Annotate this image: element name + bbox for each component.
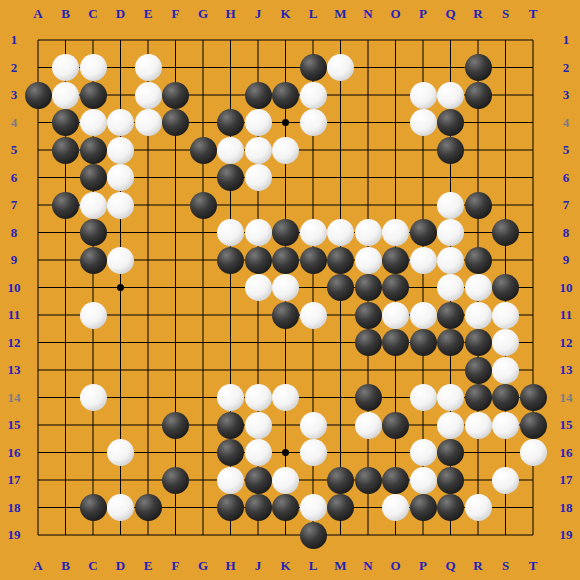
white-stone-D5[interactable] xyxy=(107,137,134,164)
intersection-L5[interactable] xyxy=(299,136,327,164)
white-stone-K17[interactable] xyxy=(272,467,299,494)
intersection-R14[interactable] xyxy=(464,384,492,412)
intersection-E15[interactable] xyxy=(134,411,162,439)
intersection-J5[interactable] xyxy=(244,136,272,164)
white-stone-R15[interactable] xyxy=(465,412,492,439)
intersection-J18[interactable] xyxy=(244,494,272,522)
intersection-T17[interactable] xyxy=(519,466,547,494)
intersection-G3[interactable] xyxy=(189,81,217,109)
white-stone-L15[interactable] xyxy=(300,412,327,439)
intersection-H7[interactable] xyxy=(217,191,245,219)
intersection-R6[interactable] xyxy=(464,164,492,192)
intersection-G7[interactable] xyxy=(189,191,217,219)
intersection-R12[interactable] xyxy=(464,329,492,357)
intersection-O9[interactable] xyxy=(382,246,410,274)
intersection-K17[interactable] xyxy=(272,466,300,494)
intersection-Q12[interactable] xyxy=(437,329,465,357)
white-stone-Q15[interactable] xyxy=(437,412,464,439)
black-stone-N10[interactable] xyxy=(355,274,382,301)
intersection-A15[interactable] xyxy=(24,411,52,439)
white-stone-J4[interactable] xyxy=(245,109,272,136)
white-stone-P17[interactable] xyxy=(410,467,437,494)
intersection-B6[interactable] xyxy=(52,164,80,192)
intersection-K14[interactable] xyxy=(272,384,300,412)
intersection-D19[interactable] xyxy=(107,521,135,549)
intersection-P15[interactable] xyxy=(409,411,437,439)
intersection-R9[interactable] xyxy=(464,246,492,274)
intersection-H12[interactable] xyxy=(217,329,245,357)
intersection-E16[interactable] xyxy=(134,439,162,467)
intersection-D14[interactable] xyxy=(107,384,135,412)
intersection-R2[interactable] xyxy=(464,54,492,82)
intersection-O6[interactable] xyxy=(382,164,410,192)
black-stone-R2[interactable] xyxy=(465,54,492,81)
white-stone-J14[interactable] xyxy=(245,384,272,411)
black-stone-B4[interactable] xyxy=(52,109,79,136)
intersection-A13[interactable] xyxy=(24,356,52,384)
intersection-F14[interactable] xyxy=(162,384,190,412)
intersection-Q16[interactable] xyxy=(437,439,465,467)
intersection-H3[interactable] xyxy=(217,81,245,109)
intersection-M12[interactable] xyxy=(327,329,355,357)
intersection-Q19[interactable] xyxy=(437,521,465,549)
intersection-T7[interactable] xyxy=(519,191,547,219)
intersection-L13[interactable] xyxy=(299,356,327,384)
black-stone-M18[interactable] xyxy=(327,494,354,521)
intersection-M4[interactable] xyxy=(327,109,355,137)
intersection-Q8[interactable] xyxy=(437,219,465,247)
black-stone-H18[interactable] xyxy=(217,494,244,521)
intersection-D5[interactable] xyxy=(107,136,135,164)
intersection-L4[interactable] xyxy=(299,109,327,137)
intersection-R18[interactable] xyxy=(464,494,492,522)
black-stone-N17[interactable] xyxy=(355,467,382,494)
intersection-G8[interactable] xyxy=(189,219,217,247)
intersection-S13[interactable] xyxy=(492,356,520,384)
black-stone-L9[interactable] xyxy=(300,247,327,274)
intersection-Q2[interactable] xyxy=(437,54,465,82)
black-stone-K11[interactable] xyxy=(272,302,299,329)
intersection-R13[interactable] xyxy=(464,356,492,384)
intersection-S8[interactable] xyxy=(492,219,520,247)
intersection-P14[interactable] xyxy=(409,384,437,412)
black-stone-S10[interactable] xyxy=(492,274,519,301)
intersection-O13[interactable] xyxy=(382,356,410,384)
white-stone-O11[interactable] xyxy=(382,302,409,329)
black-stone-R13[interactable] xyxy=(465,357,492,384)
black-stone-N11[interactable] xyxy=(355,302,382,329)
intersection-H14[interactable] xyxy=(217,384,245,412)
white-stone-Q7[interactable] xyxy=(437,192,464,219)
intersection-H15[interactable] xyxy=(217,411,245,439)
intersection-K6[interactable] xyxy=(272,164,300,192)
intersection-G16[interactable] xyxy=(189,439,217,467)
intersection-L18[interactable] xyxy=(299,494,327,522)
white-stone-K5[interactable] xyxy=(272,137,299,164)
white-stone-H5[interactable] xyxy=(217,137,244,164)
intersection-J12[interactable] xyxy=(244,329,272,357)
intersection-R8[interactable] xyxy=(464,219,492,247)
intersection-P9[interactable] xyxy=(409,246,437,274)
intersection-L14[interactable] xyxy=(299,384,327,412)
intersection-C8[interactable] xyxy=(79,219,107,247)
intersection-G17[interactable] xyxy=(189,466,217,494)
intersection-K12[interactable] xyxy=(272,329,300,357)
white-stone-B2[interactable] xyxy=(52,54,79,81)
intersection-G6[interactable] xyxy=(189,164,217,192)
black-stone-H6[interactable] xyxy=(217,164,244,191)
black-stone-M17[interactable] xyxy=(327,467,354,494)
intersection-O12[interactable] xyxy=(382,329,410,357)
white-stone-J10[interactable] xyxy=(245,274,272,301)
black-stone-R9[interactable] xyxy=(465,247,492,274)
intersection-E7[interactable] xyxy=(134,191,162,219)
intersection-R15[interactable] xyxy=(464,411,492,439)
intersection-M1[interactable] xyxy=(327,26,355,54)
white-stone-K14[interactable] xyxy=(272,384,299,411)
black-stone-C18[interactable] xyxy=(80,494,107,521)
black-stone-O12[interactable] xyxy=(382,329,409,356)
white-stone-N15[interactable] xyxy=(355,412,382,439)
black-stone-G7[interactable] xyxy=(190,192,217,219)
white-stone-J8[interactable] xyxy=(245,219,272,246)
intersection-O8[interactable] xyxy=(382,219,410,247)
black-stone-F4[interactable] xyxy=(162,109,189,136)
intersection-J19[interactable] xyxy=(244,521,272,549)
intersection-K13[interactable] xyxy=(272,356,300,384)
intersection-R17[interactable] xyxy=(464,466,492,494)
intersection-F3[interactable] xyxy=(162,81,190,109)
intersection-P1[interactable] xyxy=(409,26,437,54)
intersection-F6[interactable] xyxy=(162,164,190,192)
white-stone-C2[interactable] xyxy=(80,54,107,81)
black-stone-T15[interactable] xyxy=(520,412,547,439)
intersection-B18[interactable] xyxy=(52,494,80,522)
intersection-E9[interactable] xyxy=(134,246,162,274)
white-stone-O18[interactable] xyxy=(382,494,409,521)
intersection-C11[interactable] xyxy=(79,301,107,329)
intersection-J9[interactable] xyxy=(244,246,272,274)
intersection-Q11[interactable] xyxy=(437,301,465,329)
white-stone-M8[interactable] xyxy=(327,219,354,246)
intersection-T4[interactable] xyxy=(519,109,547,137)
intersection-L16[interactable] xyxy=(299,439,327,467)
intersection-O2[interactable] xyxy=(382,54,410,82)
white-stone-J5[interactable] xyxy=(245,137,272,164)
black-stone-R7[interactable] xyxy=(465,192,492,219)
white-stone-J16[interactable] xyxy=(245,439,272,466)
intersection-A11[interactable] xyxy=(24,301,52,329)
intersection-R4[interactable] xyxy=(464,109,492,137)
black-stone-C3[interactable] xyxy=(80,82,107,109)
intersection-Q6[interactable] xyxy=(437,164,465,192)
black-stone-Q11[interactable] xyxy=(437,302,464,329)
intersection-J1[interactable] xyxy=(244,26,272,54)
white-stone-N9[interactable] xyxy=(355,247,382,274)
intersection-T19[interactable] xyxy=(519,521,547,549)
intersection-A9[interactable] xyxy=(24,246,52,274)
black-stone-C5[interactable] xyxy=(80,137,107,164)
intersection-R11[interactable] xyxy=(464,301,492,329)
intersection-S2[interactable] xyxy=(492,54,520,82)
intersection-R7[interactable] xyxy=(464,191,492,219)
intersection-E8[interactable] xyxy=(134,219,162,247)
intersection-H17[interactable] xyxy=(217,466,245,494)
intersection-G10[interactable] xyxy=(189,274,217,302)
white-stone-D16[interactable] xyxy=(107,439,134,466)
black-stone-P8[interactable] xyxy=(410,219,437,246)
intersection-M14[interactable] xyxy=(327,384,355,412)
white-stone-P16[interactable] xyxy=(410,439,437,466)
black-stone-R3[interactable] xyxy=(465,82,492,109)
intersection-J13[interactable] xyxy=(244,356,272,384)
black-stone-R14[interactable] xyxy=(465,384,492,411)
intersection-N9[interactable] xyxy=(354,246,382,274)
intersection-T11[interactable] xyxy=(519,301,547,329)
intersection-M15[interactable] xyxy=(327,411,355,439)
intersection-K15[interactable] xyxy=(272,411,300,439)
intersection-D16[interactable] xyxy=(107,439,135,467)
intersection-N3[interactable] xyxy=(354,81,382,109)
intersection-Q7[interactable] xyxy=(437,191,465,219)
white-stone-P3[interactable] xyxy=(410,82,437,109)
intersection-R10[interactable] xyxy=(464,274,492,302)
intersection-P13[interactable] xyxy=(409,356,437,384)
intersection-E14[interactable] xyxy=(134,384,162,412)
intersection-C6[interactable] xyxy=(79,164,107,192)
white-stone-Q3[interactable] xyxy=(437,82,464,109)
black-stone-S8[interactable] xyxy=(492,219,519,246)
intersection-H18[interactable] xyxy=(217,494,245,522)
intersection-B7[interactable] xyxy=(52,191,80,219)
intersection-K8[interactable] xyxy=(272,219,300,247)
intersection-L15[interactable] xyxy=(299,411,327,439)
intersection-K18[interactable] xyxy=(272,494,300,522)
intersection-E3[interactable] xyxy=(134,81,162,109)
intersection-B17[interactable] xyxy=(52,466,80,494)
intersection-N6[interactable] xyxy=(354,164,382,192)
white-stone-P9[interactable] xyxy=(410,247,437,274)
black-stone-M10[interactable] xyxy=(327,274,354,301)
intersection-F9[interactable] xyxy=(162,246,190,274)
intersection-F16[interactable] xyxy=(162,439,190,467)
intersection-E18[interactable] xyxy=(134,494,162,522)
intersection-K10[interactable] xyxy=(272,274,300,302)
intersection-B4[interactable] xyxy=(52,109,80,137)
intersection-H4[interactable] xyxy=(217,109,245,137)
intersection-C17[interactable] xyxy=(79,466,107,494)
intersection-Q5[interactable] xyxy=(437,136,465,164)
intersection-D10[interactable] xyxy=(107,274,135,302)
black-stone-J9[interactable] xyxy=(245,247,272,274)
intersection-T2[interactable] xyxy=(519,54,547,82)
intersection-D6[interactable] xyxy=(107,164,135,192)
intersection-L19[interactable] xyxy=(299,521,327,549)
intersection-Q13[interactable] xyxy=(437,356,465,384)
intersection-A7[interactable] xyxy=(24,191,52,219)
white-stone-L16[interactable] xyxy=(300,439,327,466)
intersection-C2[interactable] xyxy=(79,54,107,82)
intersection-P8[interactable] xyxy=(409,219,437,247)
white-stone-Q10[interactable] xyxy=(437,274,464,301)
intersection-F7[interactable] xyxy=(162,191,190,219)
intersection-C19[interactable] xyxy=(79,521,107,549)
white-stone-S13[interactable] xyxy=(492,357,519,384)
intersection-G13[interactable] xyxy=(189,356,217,384)
intersection-O10[interactable] xyxy=(382,274,410,302)
intersection-S17[interactable] xyxy=(492,466,520,494)
intersection-H1[interactable] xyxy=(217,26,245,54)
intersection-Q15[interactable] xyxy=(437,411,465,439)
intersection-F10[interactable] xyxy=(162,274,190,302)
intersection-M13[interactable] xyxy=(327,356,355,384)
intersection-A5[interactable] xyxy=(24,136,52,164)
intersection-D17[interactable] xyxy=(107,466,135,494)
intersection-N15[interactable] xyxy=(354,411,382,439)
intersection-L12[interactable] xyxy=(299,329,327,357)
black-stone-J3[interactable] xyxy=(245,82,272,109)
intersection-P10[interactable] xyxy=(409,274,437,302)
black-stone-F3[interactable] xyxy=(162,82,189,109)
black-stone-A3[interactable] xyxy=(25,82,52,109)
intersection-M8[interactable] xyxy=(327,219,355,247)
intersection-S11[interactable] xyxy=(492,301,520,329)
intersection-O16[interactable] xyxy=(382,439,410,467)
white-stone-E2[interactable] xyxy=(135,54,162,81)
intersection-K7[interactable] xyxy=(272,191,300,219)
black-stone-B5[interactable] xyxy=(52,137,79,164)
intersection-J3[interactable] xyxy=(244,81,272,109)
white-stone-E3[interactable] xyxy=(135,82,162,109)
intersection-O4[interactable] xyxy=(382,109,410,137)
intersection-N2[interactable] xyxy=(354,54,382,82)
intersection-D3[interactable] xyxy=(107,81,135,109)
black-stone-M9[interactable] xyxy=(327,247,354,274)
intersection-Q4[interactable] xyxy=(437,109,465,137)
white-stone-J15[interactable] xyxy=(245,412,272,439)
white-stone-B3[interactable] xyxy=(52,82,79,109)
intersection-F18[interactable] xyxy=(162,494,190,522)
white-stone-Q8[interactable] xyxy=(437,219,464,246)
intersection-K3[interactable] xyxy=(272,81,300,109)
white-stone-Q9[interactable] xyxy=(437,247,464,274)
black-stone-B7[interactable] xyxy=(52,192,79,219)
intersection-T10[interactable] xyxy=(519,274,547,302)
intersection-J15[interactable] xyxy=(244,411,272,439)
white-stone-M2[interactable] xyxy=(327,54,354,81)
intersection-D2[interactable] xyxy=(107,54,135,82)
intersection-B15[interactable] xyxy=(52,411,80,439)
intersection-A12[interactable] xyxy=(24,329,52,357)
intersection-D1[interactable] xyxy=(107,26,135,54)
intersection-F19[interactable] xyxy=(162,521,190,549)
intersection-C3[interactable] xyxy=(79,81,107,109)
intersection-P3[interactable] xyxy=(409,81,437,109)
intersection-F17[interactable] xyxy=(162,466,190,494)
intersection-B2[interactable] xyxy=(52,54,80,82)
intersection-S14[interactable] xyxy=(492,384,520,412)
intersection-Q17[interactable] xyxy=(437,466,465,494)
white-stone-D9[interactable] xyxy=(107,247,134,274)
intersection-D8[interactable] xyxy=(107,219,135,247)
intersection-A3[interactable] xyxy=(24,81,52,109)
intersection-L2[interactable] xyxy=(299,54,327,82)
intersection-C1[interactable] xyxy=(79,26,107,54)
intersection-T9[interactable] xyxy=(519,246,547,274)
intersection-L1[interactable] xyxy=(299,26,327,54)
white-stone-R11[interactable] xyxy=(465,302,492,329)
intersection-G11[interactable] xyxy=(189,301,217,329)
intersection-E10[interactable] xyxy=(134,274,162,302)
intersection-K1[interactable] xyxy=(272,26,300,54)
intersection-S4[interactable] xyxy=(492,109,520,137)
intersection-H10[interactable] xyxy=(217,274,245,302)
intersection-L11[interactable] xyxy=(299,301,327,329)
intersection-S15[interactable] xyxy=(492,411,520,439)
intersection-J6[interactable] xyxy=(244,164,272,192)
black-stone-H16[interactable] xyxy=(217,439,244,466)
intersection-T3[interactable] xyxy=(519,81,547,109)
intersection-B1[interactable] xyxy=(52,26,80,54)
white-stone-L8[interactable] xyxy=(300,219,327,246)
intersection-A2[interactable] xyxy=(24,54,52,82)
white-stone-T16[interactable] xyxy=(520,439,547,466)
white-stone-L4[interactable] xyxy=(300,109,327,136)
intersection-O11[interactable] xyxy=(382,301,410,329)
white-stone-H14[interactable] xyxy=(217,384,244,411)
intersection-T16[interactable] xyxy=(519,439,547,467)
black-stone-H9[interactable] xyxy=(217,247,244,274)
intersection-Q18[interactable] xyxy=(437,494,465,522)
intersection-P2[interactable] xyxy=(409,54,437,82)
intersection-N8[interactable] xyxy=(354,219,382,247)
intersection-D11[interactable] xyxy=(107,301,135,329)
black-stone-H4[interactable] xyxy=(217,109,244,136)
white-stone-S17[interactable] xyxy=(492,467,519,494)
intersection-M7[interactable] xyxy=(327,191,355,219)
intersection-N10[interactable] xyxy=(354,274,382,302)
black-stone-N14[interactable] xyxy=(355,384,382,411)
black-stone-T14[interactable] xyxy=(520,384,547,411)
intersection-N11[interactable] xyxy=(354,301,382,329)
intersection-P18[interactable] xyxy=(409,494,437,522)
intersection-D9[interactable] xyxy=(107,246,135,274)
intersection-P6[interactable] xyxy=(409,164,437,192)
white-stone-C7[interactable] xyxy=(80,192,107,219)
white-stone-L18[interactable] xyxy=(300,494,327,521)
intersection-G1[interactable] xyxy=(189,26,217,54)
intersection-B5[interactable] xyxy=(52,136,80,164)
intersection-H2[interactable] xyxy=(217,54,245,82)
intersection-E12[interactable] xyxy=(134,329,162,357)
black-stone-G5[interactable] xyxy=(190,137,217,164)
white-stone-H17[interactable] xyxy=(217,467,244,494)
intersection-C9[interactable] xyxy=(79,246,107,274)
intersection-F15[interactable] xyxy=(162,411,190,439)
intersection-N18[interactable] xyxy=(354,494,382,522)
intersection-O5[interactable] xyxy=(382,136,410,164)
intersection-J16[interactable] xyxy=(244,439,272,467)
intersection-C15[interactable] xyxy=(79,411,107,439)
intersection-R3[interactable] xyxy=(464,81,492,109)
intersection-S6[interactable] xyxy=(492,164,520,192)
black-stone-F15[interactable] xyxy=(162,412,189,439)
intersection-L10[interactable] xyxy=(299,274,327,302)
intersection-M17[interactable] xyxy=(327,466,355,494)
intersection-J2[interactable] xyxy=(244,54,272,82)
intersection-E1[interactable] xyxy=(134,26,162,54)
intersection-C18[interactable] xyxy=(79,494,107,522)
